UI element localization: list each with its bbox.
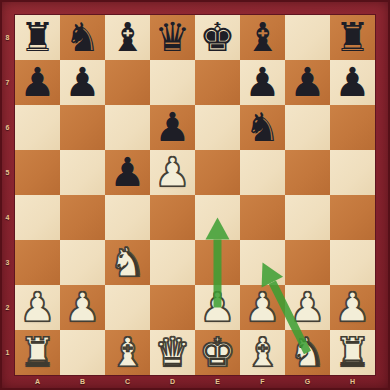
square-b2[interactable]: ♟ — [60, 285, 105, 330]
square-c8[interactable]: ♝ — [105, 15, 150, 60]
piece-black-pawn: ♟ — [245, 60, 281, 105]
square-g7[interactable]: ♟ — [285, 60, 330, 105]
square-h2[interactable]: ♟ — [330, 285, 375, 330]
square-f5[interactable] — [240, 150, 285, 195]
square-e3[interactable] — [195, 240, 240, 285]
square-d3[interactable] — [150, 240, 195, 285]
piece-white-bishop: ♝ — [110, 330, 146, 375]
square-f1[interactable]: ♝ — [240, 330, 285, 375]
square-a4[interactable] — [15, 195, 60, 240]
square-a6[interactable] — [15, 105, 60, 150]
square-f8[interactable]: ♝ — [240, 15, 285, 60]
square-c2[interactable] — [105, 285, 150, 330]
piece-black-pawn: ♟ — [110, 150, 146, 195]
square-d1[interactable]: ♛ — [150, 330, 195, 375]
square-a8[interactable]: ♜ — [15, 15, 60, 60]
square-g5[interactable] — [285, 150, 330, 195]
square-h1[interactable]: ♜ — [330, 330, 375, 375]
square-b6[interactable] — [60, 105, 105, 150]
file-label-h: H — [330, 374, 375, 389]
piece-white-knight: ♞ — [110, 240, 146, 285]
rank-label-7: 7 — [0, 60, 15, 105]
piece-white-knight: ♞ — [290, 330, 326, 375]
square-a5[interactable] — [15, 150, 60, 195]
square-h6[interactable] — [330, 105, 375, 150]
piece-white-rook: ♜ — [20, 330, 56, 375]
square-b5[interactable] — [60, 150, 105, 195]
file-label-c: C — [105, 374, 150, 389]
square-f3[interactable] — [240, 240, 285, 285]
square-e2[interactable]: ♟ — [195, 285, 240, 330]
square-g1[interactable]: ♞ — [285, 330, 330, 375]
piece-white-pawn: ♟ — [20, 285, 56, 330]
square-e8[interactable]: ♚ — [195, 15, 240, 60]
square-b4[interactable] — [60, 195, 105, 240]
piece-black-rook: ♜ — [335, 15, 371, 60]
square-f4[interactable] — [240, 195, 285, 240]
rank-label-1: 1 — [0, 330, 15, 375]
piece-white-queen: ♛ — [155, 330, 191, 375]
square-e4[interactable] — [195, 195, 240, 240]
piece-white-pawn: ♟ — [245, 285, 281, 330]
rank-label-6: 6 — [0, 105, 15, 150]
square-d7[interactable] — [150, 60, 195, 105]
square-h5[interactable] — [330, 150, 375, 195]
square-g2[interactable]: ♟ — [285, 285, 330, 330]
rank-label-8: 8 — [0, 15, 15, 60]
piece-white-pawn: ♟ — [290, 285, 326, 330]
piece-black-pawn: ♟ — [335, 60, 371, 105]
piece-black-knight: ♞ — [65, 15, 101, 60]
square-c4[interactable] — [105, 195, 150, 240]
piece-black-queen: ♛ — [155, 15, 191, 60]
square-d4[interactable] — [150, 195, 195, 240]
piece-black-bishop: ♝ — [110, 15, 146, 60]
square-e7[interactable] — [195, 60, 240, 105]
square-b3[interactable] — [60, 240, 105, 285]
file-label-a: A — [15, 374, 60, 389]
square-a1[interactable]: ♜ — [15, 330, 60, 375]
square-g4[interactable] — [285, 195, 330, 240]
square-h4[interactable] — [330, 195, 375, 240]
square-a7[interactable]: ♟ — [15, 60, 60, 105]
piece-black-pawn: ♟ — [290, 60, 326, 105]
piece-black-bishop: ♝ — [245, 15, 281, 60]
square-c1[interactable]: ♝ — [105, 330, 150, 375]
piece-black-pawn: ♟ — [155, 105, 191, 150]
square-c5[interactable]: ♟ — [105, 150, 150, 195]
piece-white-pawn: ♟ — [335, 285, 371, 330]
file-label-e: E — [195, 374, 240, 389]
square-b8[interactable]: ♞ — [60, 15, 105, 60]
square-e6[interactable] — [195, 105, 240, 150]
piece-black-rook: ♜ — [20, 15, 56, 60]
square-a2[interactable]: ♟ — [15, 285, 60, 330]
piece-white-pawn: ♟ — [155, 150, 191, 195]
piece-white-bishop: ♝ — [245, 330, 281, 375]
square-d5[interactable]: ♟ — [150, 150, 195, 195]
board-grid: ♜♞♝♛♚♝♜♟♟♟♟♟♟♞♟♟♞♟♟♟♟♟♟♜♝♛♚♝♞♜ — [15, 15, 375, 375]
piece-white-king: ♚ — [200, 330, 236, 375]
square-e1[interactable]: ♚ — [195, 330, 240, 375]
square-e5[interactable] — [195, 150, 240, 195]
piece-black-king: ♚ — [200, 15, 236, 60]
rank-label-2: 2 — [0, 285, 15, 330]
square-c7[interactable] — [105, 60, 150, 105]
file-label-g: G — [285, 374, 330, 389]
square-d2[interactable] — [150, 285, 195, 330]
file-label-d: D — [150, 374, 195, 389]
square-h8[interactable]: ♜ — [330, 15, 375, 60]
square-c6[interactable] — [105, 105, 150, 150]
piece-white-pawn: ♟ — [65, 285, 101, 330]
rank-label-5: 5 — [0, 150, 15, 195]
square-h7[interactable]: ♟ — [330, 60, 375, 105]
square-g6[interactable] — [285, 105, 330, 150]
piece-white-rook: ♜ — [335, 330, 371, 375]
square-d8[interactable]: ♛ — [150, 15, 195, 60]
square-f7[interactable]: ♟ — [240, 60, 285, 105]
piece-black-pawn: ♟ — [20, 60, 56, 105]
square-h3[interactable] — [330, 240, 375, 285]
rank-label-4: 4 — [0, 195, 15, 240]
square-b7[interactable]: ♟ — [60, 60, 105, 105]
file-label-f: F — [240, 374, 285, 389]
square-g8[interactable] — [285, 15, 330, 60]
square-f6[interactable]: ♞ — [240, 105, 285, 150]
square-g3[interactable] — [285, 240, 330, 285]
file-label-b: B — [60, 374, 105, 389]
piece-black-pawn: ♟ — [65, 60, 101, 105]
square-b1[interactable] — [60, 330, 105, 375]
square-f2[interactable]: ♟ — [240, 285, 285, 330]
piece-white-pawn: ♟ — [200, 285, 236, 330]
square-d6[interactable]: ♟ — [150, 105, 195, 150]
rank-label-3: 3 — [0, 240, 15, 285]
piece-black-knight: ♞ — [245, 105, 281, 150]
chess-board: ♜♞♝♛♚♝♜♟♟♟♟♟♟♞♟♟♞♟♟♟♟♟♟♜♝♛♚♝♞♜ 87654321 … — [0, 0, 390, 390]
square-c3[interactable]: ♞ — [105, 240, 150, 285]
square-a3[interactable] — [15, 240, 60, 285]
